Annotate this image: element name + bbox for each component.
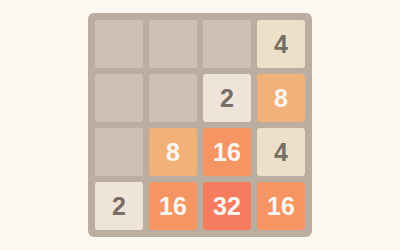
empty-cell (95, 20, 143, 68)
tile-2: 2 (203, 74, 251, 122)
tile-2: 2 (95, 182, 143, 230)
tile-4: 4 (257, 20, 305, 68)
tile-8: 8 (149, 128, 197, 176)
tile-16: 16 (257, 182, 305, 230)
tile-16: 16 (149, 182, 197, 230)
tile-8: 8 (257, 74, 305, 122)
empty-cell (95, 74, 143, 122)
empty-cell (95, 128, 143, 176)
tile-32: 32 (203, 182, 251, 230)
tile-16: 16 (203, 128, 251, 176)
empty-cell (149, 74, 197, 122)
2048-board[interactable]: 42881642163216 (88, 13, 312, 237)
empty-cell (203, 20, 251, 68)
tile-4: 4 (257, 128, 305, 176)
empty-cell (149, 20, 197, 68)
